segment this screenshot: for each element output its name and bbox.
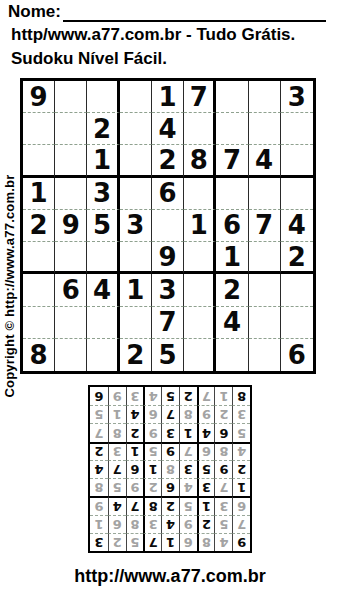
solution-cell-r9c2: 1 bbox=[214, 387, 232, 405]
solution-cell-r3c9: 9 bbox=[90, 496, 108, 514]
solution-cell-r6c4: 7 bbox=[179, 442, 197, 460]
puzzle-cell-r5c5 bbox=[152, 210, 184, 242]
solution-cell-r5c4: 3 bbox=[179, 460, 197, 478]
puzzle-cell-r5c1: 2 bbox=[23, 210, 55, 242]
solution-cell-r3c1: 6 bbox=[232, 496, 250, 514]
solution-cell-r8c2: 2 bbox=[214, 405, 232, 423]
solution-cell-r8c5: 7 bbox=[161, 405, 179, 423]
solution-cell-r8c6: 6 bbox=[143, 405, 161, 423]
solution-cell-r2c9: 1 bbox=[90, 515, 108, 533]
solution-cell-r1c5: 1 bbox=[161, 533, 179, 551]
puzzle-cell-r7c3: 4 bbox=[87, 274, 119, 306]
puzzle-cell-r1c2 bbox=[55, 81, 87, 113]
puzzle-cell-r2c2 bbox=[55, 113, 87, 145]
solution-cell-r8c4: 8 bbox=[179, 405, 197, 423]
puzzle-cell-r1c1: 9 bbox=[23, 81, 55, 113]
puzzle-cell-r9c6 bbox=[184, 339, 216, 371]
puzzle-cell-r8c2 bbox=[55, 307, 87, 339]
sudoku-puzzle-grid: 917324128741362953167491264132748256 bbox=[20, 78, 316, 374]
solution-cell-r4c3: 3 bbox=[197, 478, 215, 496]
puzzle-cell-r4c5: 6 bbox=[152, 178, 184, 210]
puzzle-cell-r2c9 bbox=[281, 113, 313, 145]
puzzle-cell-r5c2: 9 bbox=[55, 210, 87, 242]
solution-cell-r1c3: 8 bbox=[197, 533, 215, 551]
solution-cell-r3c4: 5 bbox=[179, 496, 197, 514]
solution-cell-r5c7: 6 bbox=[126, 460, 144, 478]
solution-cell-r1c7: 5 bbox=[126, 533, 144, 551]
solution-cell-r8c7: 4 bbox=[126, 405, 144, 423]
solution-cell-r2c1: 7 bbox=[232, 515, 250, 533]
puzzle-cell-r2c5: 4 bbox=[152, 113, 184, 145]
puzzle-cell-r9c4: 2 bbox=[120, 339, 152, 371]
puzzle-cell-r6c9: 2 bbox=[281, 242, 313, 274]
puzzle-cell-r8c5: 7 bbox=[152, 307, 184, 339]
puzzle-cell-r7c8 bbox=[249, 274, 281, 306]
solution-cell-r3c2: 3 bbox=[214, 496, 232, 514]
solution-cell-r4c6: 2 bbox=[143, 478, 161, 496]
footer-url: http://www.a77.com.br bbox=[0, 566, 340, 587]
puzzle-cell-r6c6 bbox=[184, 242, 216, 274]
solution-cell-r3c3: 1 bbox=[197, 496, 215, 514]
solution-cell-r4c1: 1 bbox=[232, 478, 250, 496]
puzzle-cell-r8c4 bbox=[120, 307, 152, 339]
puzzle-cell-r8c8 bbox=[249, 307, 281, 339]
solution-cell-r3c6: 8 bbox=[143, 496, 161, 514]
puzzle-cell-r3c3: 1 bbox=[87, 145, 119, 177]
puzzle-cell-r6c2 bbox=[55, 242, 87, 274]
solution-cell-r4c8: 5 bbox=[108, 478, 126, 496]
solution-cell-r7c6: 9 bbox=[143, 423, 161, 441]
puzzle-cell-r9c1: 8 bbox=[23, 339, 55, 371]
puzzle-cell-r6c3 bbox=[87, 242, 119, 274]
puzzle-cell-r9c8 bbox=[249, 339, 281, 371]
solution-cell-r9c9: 6 bbox=[90, 387, 108, 405]
puzzle-cell-r3c1 bbox=[23, 145, 55, 177]
solution-cell-r8c8: 1 bbox=[108, 405, 126, 423]
solution-cell-r7c2: 6 bbox=[214, 423, 232, 441]
solution-cell-r4c7: 9 bbox=[126, 478, 144, 496]
puzzle-cell-r8c7: 4 bbox=[216, 307, 248, 339]
puzzle-cell-r3c4 bbox=[120, 145, 152, 177]
solution-cell-r2c2: 5 bbox=[214, 515, 232, 533]
puzzle-cell-r6c7: 1 bbox=[216, 242, 248, 274]
solution-cell-r1c9: 3 bbox=[90, 533, 108, 551]
sudoku-solution-grid-rotated: 9486175237529438616315287491734629582953… bbox=[88, 385, 252, 553]
solution-cell-r6c7: 1 bbox=[126, 442, 144, 460]
solution-cell-r5c3: 5 bbox=[197, 460, 215, 478]
puzzle-cell-r2c6 bbox=[184, 113, 216, 145]
puzzle-cell-r4c9 bbox=[281, 178, 313, 210]
solution-cell-r6c8: 3 bbox=[108, 442, 126, 460]
solution-cell-r4c4: 4 bbox=[179, 478, 197, 496]
puzzle-cell-r2c4 bbox=[120, 113, 152, 145]
puzzle-cell-r9c9: 6 bbox=[281, 339, 313, 371]
solution-cell-r5c9: 4 bbox=[90, 460, 108, 478]
puzzle-cell-r6c8 bbox=[249, 242, 281, 274]
puzzle-cell-r7c6 bbox=[184, 274, 216, 306]
solution-cell-r2c8: 6 bbox=[108, 515, 126, 533]
solution-cell-r6c1: 4 bbox=[232, 442, 250, 460]
solution-cell-r9c6: 4 bbox=[143, 387, 161, 405]
puzzle-cell-r4c8 bbox=[249, 178, 281, 210]
puzzle-cell-r6c1 bbox=[23, 242, 55, 274]
puzzle-cell-r1c5: 1 bbox=[152, 81, 184, 113]
solution-cell-r7c1: 5 bbox=[232, 423, 250, 441]
solution-cell-r8c1: 3 bbox=[232, 405, 250, 423]
puzzle-cell-r5c8: 7 bbox=[249, 210, 281, 242]
solution-cell-r7c9: 7 bbox=[90, 423, 108, 441]
solution-cell-r1c1: 9 bbox=[232, 533, 250, 551]
solution-cell-r5c5: 8 bbox=[161, 460, 179, 478]
solution-cell-r3c5: 2 bbox=[161, 496, 179, 514]
solution-cell-r2c6: 3 bbox=[143, 515, 161, 533]
puzzle-cell-r8c6 bbox=[184, 307, 216, 339]
puzzle-cell-r4c7 bbox=[216, 178, 248, 210]
site-line: http/www.a77.com.br - Tudo Grátis. bbox=[11, 25, 295, 45]
solution-cell-r2c5: 4 bbox=[161, 515, 179, 533]
solution-cell-r3c8: 4 bbox=[108, 496, 126, 514]
solution-cell-r7c8: 8 bbox=[108, 423, 126, 441]
solution-cell-r9c8: 9 bbox=[108, 387, 126, 405]
name-row: Nome: bbox=[8, 2, 326, 22]
solution-cell-r6c2: 8 bbox=[214, 442, 232, 460]
puzzle-cell-r3c9 bbox=[281, 145, 313, 177]
solution-cell-r2c3: 2 bbox=[197, 515, 215, 533]
puzzle-cell-r7c2: 6 bbox=[55, 274, 87, 306]
name-blank-line bbox=[63, 2, 326, 22]
solution-cell-r2c7: 8 bbox=[126, 515, 144, 533]
puzzle-cell-r5c3: 5 bbox=[87, 210, 119, 242]
copyright-vertical-text: Copyright © http://www.a77.com.br bbox=[2, 138, 17, 434]
puzzle-cell-r8c9 bbox=[281, 307, 313, 339]
puzzle-cell-r3c8: 4 bbox=[249, 145, 281, 177]
puzzle-cell-r6c5: 9 bbox=[152, 242, 184, 274]
puzzle-cell-r1c8 bbox=[249, 81, 281, 113]
puzzle-cell-r8c3 bbox=[87, 307, 119, 339]
solution-cell-r5c1: 2 bbox=[232, 460, 250, 478]
solution-cell-r6c5: 9 bbox=[161, 442, 179, 460]
puzzle-cell-r4c3: 3 bbox=[87, 178, 119, 210]
page-title: Sudoku Nível Fácil. bbox=[11, 49, 167, 69]
solution-cell-r2c4: 9 bbox=[179, 515, 197, 533]
puzzle-cell-r3c6: 8 bbox=[184, 145, 216, 177]
solution-cell-r7c3: 4 bbox=[197, 423, 215, 441]
solution-cell-r9c5: 5 bbox=[161, 387, 179, 405]
puzzle-cell-r5c7: 6 bbox=[216, 210, 248, 242]
solution-cell-r9c7: 3 bbox=[126, 387, 144, 405]
solution-cell-r1c2: 4 bbox=[214, 533, 232, 551]
puzzle-cell-r2c7 bbox=[216, 113, 248, 145]
puzzle-cell-r8c1 bbox=[23, 307, 55, 339]
solution-cell-r1c6: 7 bbox=[143, 533, 161, 551]
solution-cell-r5c2: 9 bbox=[214, 460, 232, 478]
puzzle-cell-r7c1 bbox=[23, 274, 55, 306]
puzzle-cell-r1c9: 3 bbox=[281, 81, 313, 113]
puzzle-cell-r4c1: 1 bbox=[23, 178, 55, 210]
puzzle-cell-r4c2 bbox=[55, 178, 87, 210]
puzzle-cell-r5c9: 4 bbox=[281, 210, 313, 242]
solution-cell-r7c4: 1 bbox=[179, 423, 197, 441]
puzzle-cell-r3c7: 7 bbox=[216, 145, 248, 177]
solution-cell-r8c9: 5 bbox=[90, 405, 108, 423]
puzzle-cell-r9c5: 5 bbox=[152, 339, 184, 371]
puzzle-cell-r6c4 bbox=[120, 242, 152, 274]
puzzle-cell-r9c2 bbox=[55, 339, 87, 371]
puzzle-cell-r5c4: 3 bbox=[120, 210, 152, 242]
solution-cell-r7c7: 2 bbox=[126, 423, 144, 441]
solution-cell-r1c4: 6 bbox=[179, 533, 197, 551]
solution-cell-r4c5: 6 bbox=[161, 478, 179, 496]
solution-cell-r3c7: 7 bbox=[126, 496, 144, 514]
solution-cell-r6c6: 5 bbox=[143, 442, 161, 460]
puzzle-cell-r7c4: 1 bbox=[120, 274, 152, 306]
puzzle-cell-r4c4 bbox=[120, 178, 152, 210]
puzzle-cell-r7c9 bbox=[281, 274, 313, 306]
solution-cell-r9c1: 8 bbox=[232, 387, 250, 405]
puzzle-cell-r1c4 bbox=[120, 81, 152, 113]
puzzle-cell-r2c1 bbox=[23, 113, 55, 145]
puzzle-cell-r1c7 bbox=[216, 81, 248, 113]
solution-cell-r5c8: 7 bbox=[108, 460, 126, 478]
solution-cell-r9c3: 7 bbox=[197, 387, 215, 405]
puzzle-cell-r4c6 bbox=[184, 178, 216, 210]
puzzle-cell-r1c3 bbox=[87, 81, 119, 113]
puzzle-cell-r7c7: 2 bbox=[216, 274, 248, 306]
solution-cell-r8c3: 9 bbox=[197, 405, 215, 423]
puzzle-cell-r1c6: 7 bbox=[184, 81, 216, 113]
solution-cell-r7c5: 3 bbox=[161, 423, 179, 441]
puzzle-cell-r9c7 bbox=[216, 339, 248, 371]
puzzle-cell-r5c6: 1 bbox=[184, 210, 216, 242]
name-label: Nome: bbox=[8, 2, 61, 22]
solution-cell-r9c4: 2 bbox=[179, 387, 197, 405]
solution-cell-r6c9: 2 bbox=[90, 442, 108, 460]
solution-cell-r4c9: 8 bbox=[90, 478, 108, 496]
puzzle-cell-r3c5: 2 bbox=[152, 145, 184, 177]
puzzle-cell-r2c3: 2 bbox=[87, 113, 119, 145]
puzzle-cell-r9c3 bbox=[87, 339, 119, 371]
puzzle-cell-r3c2 bbox=[55, 145, 87, 177]
solution-cell-r5c6: 1 bbox=[143, 460, 161, 478]
solution-cell-r6c3: 6 bbox=[197, 442, 215, 460]
puzzle-cell-r7c5: 3 bbox=[152, 274, 184, 306]
solution-cell-r1c8: 2 bbox=[108, 533, 126, 551]
solution-cell-r4c2: 7 bbox=[214, 478, 232, 496]
puzzle-cell-r2c8 bbox=[249, 113, 281, 145]
